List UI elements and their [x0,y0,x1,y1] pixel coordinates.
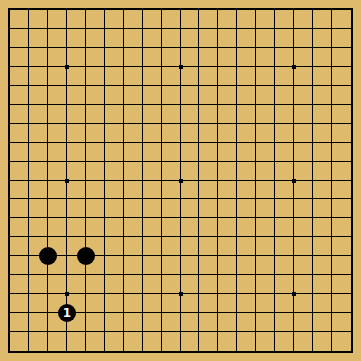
board-cell[interactable] [275,294,294,313]
board-cell[interactable] [256,67,275,86]
board-cell[interactable] [237,275,256,294]
board-cell[interactable] [48,199,67,218]
board-cell[interactable] [143,256,162,275]
board-cell[interactable] [181,294,200,313]
board-cell[interactable] [313,275,332,294]
board-cell[interactable] [124,143,143,162]
board-cell[interactable] [199,275,218,294]
board-cell[interactable] [275,256,294,275]
board-cell[interactable] [294,218,313,237]
board-cell[interactable] [162,294,181,313]
board-cell[interactable] [29,143,48,162]
board-cell[interactable] [199,29,218,48]
board-cell[interactable] [313,143,332,162]
board-cell[interactable] [332,124,351,143]
board-cell[interactable] [218,86,237,105]
board-cell[interactable] [275,124,294,143]
board-cell[interactable] [48,10,67,29]
board-cell[interactable] [143,10,162,29]
board-cell[interactable] [86,105,105,124]
board-cell[interactable] [124,67,143,86]
board-cell[interactable] [143,332,162,351]
board-cell[interactable] [332,48,351,67]
board-cell[interactable] [181,86,200,105]
board-cell[interactable] [294,313,313,332]
board-cell[interactable] [10,48,29,67]
board-cell[interactable] [86,294,105,313]
board-cell[interactable] [313,10,332,29]
board-cell[interactable] [124,256,143,275]
board-cell[interactable] [124,199,143,218]
board-cell[interactable] [10,256,29,275]
board-cell[interactable] [67,181,86,200]
board-cell[interactable] [181,48,200,67]
board-cell[interactable] [105,105,124,124]
board-cell[interactable] [313,199,332,218]
board-cell[interactable] [237,10,256,29]
board-cell[interactable] [199,162,218,181]
board-cell[interactable] [124,294,143,313]
board-cell[interactable] [181,162,200,181]
board-cell[interactable] [332,199,351,218]
board-cell[interactable] [181,143,200,162]
board-cell[interactable] [67,105,86,124]
board-cell[interactable] [181,67,200,86]
board-cell[interactable] [181,10,200,29]
board-cell[interactable] [67,218,86,237]
board-cell[interactable] [237,294,256,313]
board-cell[interactable] [218,162,237,181]
board-cell[interactable] [143,218,162,237]
board-cell[interactable] [105,10,124,29]
board-cell[interactable] [218,313,237,332]
board-cell[interactable] [162,181,181,200]
board-cell[interactable] [124,162,143,181]
board-cell[interactable] [218,275,237,294]
board-cell[interactable] [29,124,48,143]
board-cell[interactable] [181,199,200,218]
board-cell[interactable] [86,199,105,218]
board-cell[interactable] [313,256,332,275]
board-cell[interactable] [67,29,86,48]
board-cell[interactable] [294,181,313,200]
board-cell[interactable] [162,124,181,143]
board-cell[interactable] [199,218,218,237]
board-cell[interactable] [10,294,29,313]
board-cell[interactable] [294,67,313,86]
board-cell[interactable] [218,218,237,237]
board-cell[interactable] [124,86,143,105]
board-cell[interactable] [105,199,124,218]
board-cell[interactable] [181,181,200,200]
board-cell[interactable] [199,67,218,86]
board-cell[interactable] [256,105,275,124]
board-cell[interactable] [67,124,86,143]
board-cell[interactable] [237,143,256,162]
board-cell[interactable] [294,29,313,48]
board-cell[interactable] [218,124,237,143]
board-cell[interactable] [332,10,351,29]
board-cell[interactable] [162,237,181,256]
board-cell[interactable] [86,86,105,105]
board-cell[interactable] [181,29,200,48]
board-cell[interactable] [199,143,218,162]
board-cell[interactable] [105,143,124,162]
board-cell[interactable] [275,105,294,124]
board-cell[interactable] [29,218,48,237]
board-cell[interactable] [332,275,351,294]
board-cell[interactable] [181,313,200,332]
board-cell[interactable] [105,67,124,86]
board-cell[interactable] [162,218,181,237]
board-cell[interactable] [294,199,313,218]
board-cell[interactable] [218,67,237,86]
board-cell[interactable] [199,105,218,124]
board-cell[interactable] [256,29,275,48]
board-cell[interactable] [67,162,86,181]
board-cell[interactable] [313,67,332,86]
board-cell[interactable] [237,67,256,86]
board-cell[interactable] [124,237,143,256]
board-cell[interactable] [86,48,105,67]
board-cell[interactable] [48,218,67,237]
board-cell[interactable] [256,86,275,105]
board-cell[interactable] [256,10,275,29]
board-cell[interactable] [10,237,29,256]
board-cell[interactable] [10,275,29,294]
board-cell[interactable] [294,256,313,275]
board-cell[interactable] [332,332,351,351]
board-cell[interactable] [162,29,181,48]
board-cell[interactable] [218,256,237,275]
board-cell[interactable] [294,275,313,294]
board-cell[interactable] [275,237,294,256]
board-cell[interactable] [218,332,237,351]
board-cell[interactable] [294,162,313,181]
board-cell[interactable] [313,218,332,237]
board-cell[interactable] [124,181,143,200]
board-cell[interactable] [143,105,162,124]
board-cell[interactable] [67,143,86,162]
board-cell[interactable] [86,143,105,162]
board-cell[interactable] [67,332,86,351]
board-cell[interactable] [143,29,162,48]
board-cell[interactable] [124,332,143,351]
board-cell[interactable] [143,181,162,200]
board-cell[interactable] [199,86,218,105]
board-cell[interactable] [86,275,105,294]
board-cell[interactable] [256,181,275,200]
board-cell[interactable] [124,105,143,124]
board-cell[interactable] [294,86,313,105]
board-cell[interactable] [199,124,218,143]
board-cell[interactable] [10,124,29,143]
board-cell[interactable] [199,10,218,29]
board-cell[interactable] [332,105,351,124]
board-cell[interactable] [48,86,67,105]
board-cell[interactable] [294,124,313,143]
board-cell[interactable] [332,237,351,256]
board-cell[interactable] [124,275,143,294]
board-cell[interactable] [275,313,294,332]
board-cell[interactable] [124,313,143,332]
board-cell[interactable] [105,313,124,332]
board-cell[interactable] [218,237,237,256]
board-cell[interactable] [237,313,256,332]
board-cell[interactable] [181,237,200,256]
board-cell[interactable] [48,105,67,124]
board-cell[interactable] [29,10,48,29]
board-cell[interactable] [237,332,256,351]
board-cell[interactable] [143,275,162,294]
board-cell[interactable] [86,124,105,143]
board-cell[interactable] [105,332,124,351]
board-cell[interactable] [332,218,351,237]
board-cell[interactable] [218,105,237,124]
board-cell[interactable] [162,313,181,332]
board-cell[interactable] [332,181,351,200]
board-cell[interactable] [256,162,275,181]
board-cell[interactable] [86,162,105,181]
board-cell[interactable] [275,10,294,29]
board-cell[interactable] [199,313,218,332]
board-cell[interactable] [332,294,351,313]
board-cell[interactable] [181,256,200,275]
board-cell[interactable] [294,294,313,313]
board-cell[interactable] [237,105,256,124]
board-cell[interactable] [10,29,29,48]
board-cell[interactable] [105,218,124,237]
board-cell[interactable] [256,143,275,162]
board-cell[interactable] [237,86,256,105]
board-cell[interactable] [105,86,124,105]
board-cell[interactable] [143,162,162,181]
board-cell[interactable] [313,181,332,200]
board-cell[interactable] [218,181,237,200]
board-cell[interactable] [256,124,275,143]
board-cell[interactable] [124,218,143,237]
board-cell[interactable] [256,332,275,351]
board-cell[interactable] [105,162,124,181]
board-cell[interactable] [86,10,105,29]
board-cell[interactable] [162,86,181,105]
board-cell[interactable] [313,294,332,313]
board-cell[interactable] [313,29,332,48]
board-cell[interactable] [29,162,48,181]
board-cell[interactable] [105,124,124,143]
board-cell[interactable] [313,313,332,332]
board-cell[interactable] [294,48,313,67]
board-cell[interactable] [29,48,48,67]
board-cell[interactable] [105,181,124,200]
board-cell[interactable] [294,10,313,29]
board-cell[interactable] [181,275,200,294]
board-cell[interactable] [48,124,67,143]
board-cell[interactable] [143,86,162,105]
board-cell[interactable] [143,143,162,162]
board-cell[interactable] [105,48,124,67]
board-cell[interactable] [332,67,351,86]
board-cell[interactable] [124,29,143,48]
board-cell[interactable] [199,181,218,200]
board-cell[interactable] [162,199,181,218]
board-cell[interactable] [10,313,29,332]
board-cell[interactable] [313,162,332,181]
board-cell[interactable] [124,124,143,143]
board-cell[interactable] [105,29,124,48]
board-cell[interactable] [29,67,48,86]
board-cell[interactable] [162,105,181,124]
board-cell[interactable] [10,162,29,181]
board-cell[interactable] [10,199,29,218]
board-cell[interactable] [237,124,256,143]
board-cell[interactable] [218,143,237,162]
board-cell[interactable] [86,67,105,86]
board-cell[interactable] [29,275,48,294]
board-cell[interactable] [105,256,124,275]
board-cell[interactable] [67,199,86,218]
board-cell[interactable] [48,143,67,162]
board-cell[interactable] [199,332,218,351]
board-cell[interactable] [181,124,200,143]
board-cell[interactable] [256,256,275,275]
board-cell[interactable] [29,332,48,351]
board-cell[interactable] [256,237,275,256]
board-cell[interactable] [256,294,275,313]
board-cell[interactable] [237,162,256,181]
board-cell[interactable] [143,313,162,332]
board-cell[interactable] [10,86,29,105]
board-cell[interactable] [294,105,313,124]
board-cell[interactable] [313,48,332,67]
board-cell[interactable] [218,48,237,67]
board-cell[interactable] [48,29,67,48]
board-cell[interactable] [143,237,162,256]
board-cell[interactable] [10,218,29,237]
board-cell[interactable] [332,143,351,162]
board-cell[interactable] [181,105,200,124]
board-cell[interactable] [237,199,256,218]
board-cell[interactable] [237,48,256,67]
board-cell[interactable] [105,294,124,313]
board-cell[interactable] [181,332,200,351]
board-cell[interactable] [199,199,218,218]
board-cell[interactable] [313,105,332,124]
board-cell[interactable] [10,332,29,351]
board-cell[interactable] [275,143,294,162]
board-cell[interactable] [256,218,275,237]
board-cell[interactable] [10,10,29,29]
board-cell[interactable] [294,143,313,162]
board-cell[interactable] [86,29,105,48]
board-cell[interactable] [105,237,124,256]
board-cell[interactable] [237,181,256,200]
board-cell[interactable] [181,218,200,237]
board-cell[interactable] [143,48,162,67]
board-cell[interactable] [162,143,181,162]
board-cell[interactable] [199,48,218,67]
board-cell[interactable] [218,294,237,313]
board-cell[interactable] [29,105,48,124]
board-cell[interactable] [124,48,143,67]
board-cell[interactable] [275,332,294,351]
board-cell[interactable] [199,256,218,275]
board-cell[interactable] [10,67,29,86]
board-cell[interactable] [275,86,294,105]
board-cell[interactable] [294,237,313,256]
board-cell[interactable] [275,199,294,218]
board-cell[interactable] [218,10,237,29]
board-cell[interactable] [256,199,275,218]
board-cell[interactable] [143,294,162,313]
board-cell[interactable] [67,48,86,67]
board-cell[interactable] [10,143,29,162]
board-cell[interactable] [29,313,48,332]
board-cell[interactable] [29,86,48,105]
board-cell[interactable] [199,294,218,313]
board-cell[interactable] [10,181,29,200]
board-cell[interactable] [237,237,256,256]
board-cell[interactable] [218,199,237,218]
board-cell[interactable] [162,10,181,29]
board-cell[interactable] [332,256,351,275]
board-cell[interactable] [67,86,86,105]
board-cell[interactable] [199,237,218,256]
board-cell[interactable] [313,124,332,143]
board-cell[interactable] [86,332,105,351]
board-cell[interactable] [237,218,256,237]
board-cell[interactable] [237,29,256,48]
board-cell[interactable] [143,124,162,143]
board-cell[interactable] [48,67,67,86]
board-cell[interactable] [67,67,86,86]
board-cell[interactable] [294,332,313,351]
board-cell[interactable] [29,294,48,313]
board-cell[interactable] [275,67,294,86]
board-cell[interactable] [237,256,256,275]
board-cell[interactable] [332,86,351,105]
board-cell[interactable] [29,199,48,218]
board-cell[interactable] [67,275,86,294]
board-cell[interactable] [332,29,351,48]
board-cell[interactable] [48,181,67,200]
board-cell[interactable] [218,29,237,48]
board-cell[interactable] [162,67,181,86]
board-cell[interactable] [275,181,294,200]
board-cell[interactable] [67,10,86,29]
board-cell[interactable] [124,10,143,29]
board-cell[interactable] [313,332,332,351]
board-cell[interactable] [105,275,124,294]
board-cell[interactable] [86,181,105,200]
board-cell[interactable] [162,256,181,275]
board-cell[interactable] [332,313,351,332]
go-board[interactable]: 1 [8,8,353,353]
board-cell[interactable] [162,332,181,351]
board-cell[interactable] [332,162,351,181]
board-cell[interactable] [313,86,332,105]
board-cell[interactable] [86,218,105,237]
board-cell[interactable] [10,105,29,124]
board-cell[interactable] [143,67,162,86]
board-cell[interactable] [86,313,105,332]
board-cell[interactable] [256,275,275,294]
board-cell[interactable] [256,48,275,67]
board-cell[interactable] [29,181,48,200]
board-cell[interactable] [29,29,48,48]
board-cell[interactable] [143,199,162,218]
board-cell[interactable] [313,237,332,256]
